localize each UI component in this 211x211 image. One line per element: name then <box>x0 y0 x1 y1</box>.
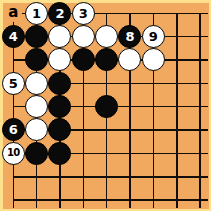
black-stone <box>48 72 71 95</box>
white-stone <box>25 118 48 141</box>
white-stone-9: 9 <box>142 25 165 48</box>
go-diagram: 1234895610a <box>0 0 211 211</box>
white-stone-1: 1 <box>25 2 48 25</box>
white-stone <box>48 25 71 48</box>
white-stone <box>25 72 48 95</box>
black-stone <box>25 142 48 165</box>
white-stone <box>95 25 118 48</box>
white-stone-5: 5 <box>2 72 25 95</box>
black-stone <box>48 95 71 118</box>
black-stone <box>48 118 71 141</box>
black-stone <box>25 48 48 71</box>
black-stone-4: 4 <box>2 25 25 48</box>
black-stone-2: 2 <box>48 2 71 25</box>
black-stone-6: 6 <box>2 118 25 141</box>
white-stone <box>142 48 165 71</box>
black-stone <box>25 25 48 48</box>
point-label-a: a <box>4 5 22 22</box>
black-stone <box>95 48 118 71</box>
white-stone-10: 10 <box>2 142 25 165</box>
white-stone <box>48 48 71 71</box>
black-stone-8: 8 <box>118 25 141 48</box>
white-stone <box>72 25 95 48</box>
white-stone <box>25 95 48 118</box>
white-stone-3: 3 <box>72 2 95 25</box>
black-stone <box>95 95 118 118</box>
black-stone <box>48 142 71 165</box>
black-stone <box>72 48 95 71</box>
white-stone <box>118 48 141 71</box>
stones-layer: 1234895610a <box>2 2 211 211</box>
